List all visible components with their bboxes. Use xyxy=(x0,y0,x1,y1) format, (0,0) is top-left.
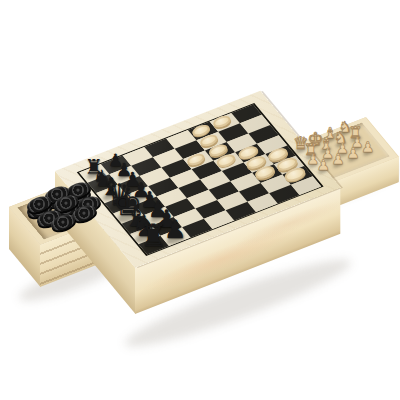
product-photo-scene: ♞♜♝♞♚♟♝♛♟♟♜♟♟♟♟♟♟♜♟♞♟♝♟♛♟♚♟♝♟♞♟♜ xyxy=(0,0,400,400)
